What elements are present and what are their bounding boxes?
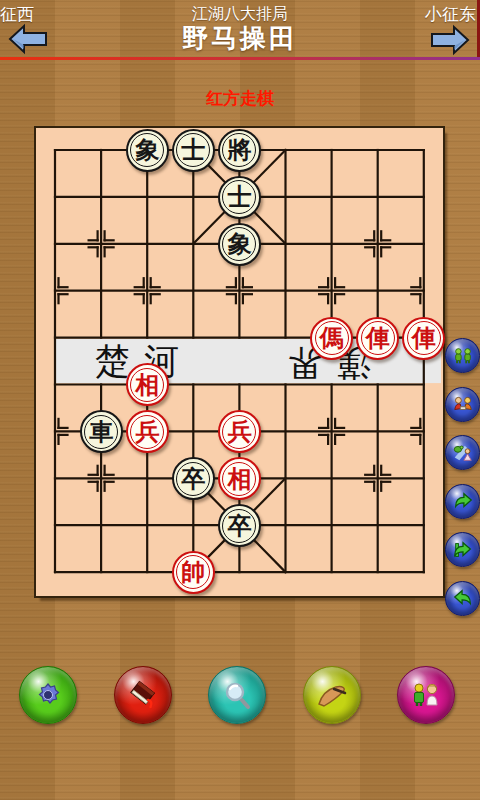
board-point[interactable]: [32, 408, 78, 455]
two-figures-icon: [452, 345, 474, 367]
board-point[interactable]: [170, 408, 216, 455]
gear-icon: [31, 678, 65, 712]
undo-button[interactable]: [445, 581, 480, 616]
board-point[interactable]: [262, 549, 308, 596]
board-point[interactable]: [124, 502, 170, 549]
board-point[interactable]: [262, 315, 308, 362]
next-arrow-icon[interactable]: [430, 24, 470, 56]
board-point[interactable]: [401, 549, 447, 596]
two-players-button[interactable]: [445, 338, 480, 373]
piece-black-elephant[interactable]: 象: [218, 223, 261, 266]
app-screen: 征西 小征东 江湖八大排局 野马操田 红方走棋 楚河 漢界 象士將士象傌俥俥相車…: [0, 0, 480, 800]
book-icon: [126, 678, 160, 712]
piece-black-soldier[interactable]: 卒: [172, 457, 215, 500]
board-point[interactable]: [309, 127, 355, 174]
board-point[interactable]: 卒: [216, 502, 262, 549]
board-point[interactable]: [309, 455, 355, 502]
piece-red-chariot[interactable]: 俥: [356, 317, 399, 360]
board-point[interactable]: [170, 221, 216, 268]
book-button[interactable]: [114, 666, 172, 724]
board-point[interactable]: [32, 221, 78, 268]
board-point[interactable]: [78, 127, 124, 174]
board-point[interactable]: [309, 268, 355, 315]
board-point[interactable]: [78, 361, 124, 408]
board-point[interactable]: [355, 174, 401, 221]
board-point[interactable]: [78, 549, 124, 596]
board-point[interactable]: [262, 127, 308, 174]
piece-black-advisor[interactable]: 士: [218, 176, 261, 219]
board-point[interactable]: [309, 502, 355, 549]
piece-red-general[interactable]: 帥: [172, 551, 215, 594]
xiangqi-board: 楚河 漢界 象士將士象傌俥俥相車兵兵卒相卒帥: [36, 128, 443, 596]
turn-status: 红方走棋: [0, 87, 480, 110]
board-point[interactable]: [124, 315, 170, 362]
board-point[interactable]: [355, 361, 401, 408]
board-point[interactable]: [355, 127, 401, 174]
board-point[interactable]: [32, 549, 78, 596]
board-point[interactable]: 兵: [216, 408, 262, 455]
piece-red-horse[interactable]: 傌: [310, 317, 353, 360]
board-point[interactable]: 車: [78, 408, 124, 455]
board-point[interactable]: [32, 174, 78, 221]
board-point[interactable]: [309, 361, 355, 408]
piece-red-chariot[interactable]: 俥: [402, 317, 445, 360]
piece-black-general[interactable]: 將: [218, 129, 261, 172]
board-point[interactable]: [216, 315, 262, 362]
board-point[interactable]: 象: [124, 127, 170, 174]
piece-black-advisor[interactable]: 士: [172, 129, 215, 172]
board-point[interactable]: [355, 455, 401, 502]
board-point[interactable]: [170, 268, 216, 315]
board-point[interactable]: [262, 221, 308, 268]
board-point[interactable]: [401, 455, 447, 502]
board-point[interactable]: [124, 549, 170, 596]
undo-arrow-icon: [452, 587, 474, 609]
board-point[interactable]: [78, 502, 124, 549]
board-point[interactable]: [355, 502, 401, 549]
board-point[interactable]: [401, 174, 447, 221]
board-point[interactable]: [262, 408, 308, 455]
seated-players-icon: [452, 393, 474, 415]
board-point[interactable]: [78, 174, 124, 221]
board-point[interactable]: [355, 408, 401, 455]
board-point[interactable]: 士: [170, 127, 216, 174]
board-point[interactable]: [170, 361, 216, 408]
board-point[interactable]: [401, 268, 447, 315]
prev-arrow-icon[interactable]: [8, 23, 48, 55]
board-point[interactable]: [124, 221, 170, 268]
board-point[interactable]: [32, 315, 78, 362]
player-vs-computer-button[interactable]: [445, 435, 480, 470]
board-point[interactable]: [216, 361, 262, 408]
board-point[interactable]: 將: [216, 127, 262, 174]
board-point[interactable]: [355, 549, 401, 596]
board-point[interactable]: 相: [124, 361, 170, 408]
piece-black-chariot[interactable]: 車: [80, 410, 123, 453]
board-point[interactable]: [309, 221, 355, 268]
bottom-toolbar: [19, 666, 455, 723]
puzzle-title: 野马操田: [0, 21, 480, 56]
magnifier-icon: [220, 678, 254, 712]
board-point[interactable]: 傌: [309, 315, 355, 362]
board-point[interactable]: 俥: [401, 315, 447, 362]
board-point[interactable]: [170, 315, 216, 362]
board-point[interactable]: [355, 221, 401, 268]
board-point[interactable]: [262, 455, 308, 502]
back-to-start-button[interactable]: [445, 532, 480, 567]
board-point[interactable]: [124, 174, 170, 221]
board-point[interactable]: [309, 549, 355, 596]
search-button[interactable]: [208, 666, 266, 724]
board-point[interactable]: [32, 502, 78, 549]
right-toolbar: [445, 338, 480, 616]
player-vs-player-button[interactable]: [445, 387, 480, 422]
piece-black-elephant[interactable]: 象: [126, 129, 169, 172]
board-point[interactable]: [355, 268, 401, 315]
board-point[interactable]: [170, 174, 216, 221]
board-point[interactable]: [32, 455, 78, 502]
board-point[interactable]: [170, 502, 216, 549]
board-point[interactable]: 俥: [355, 315, 401, 362]
board-point[interactable]: [78, 221, 124, 268]
board-point[interactable]: [32, 268, 78, 315]
piece-red-elephant[interactable]: 相: [218, 457, 261, 500]
board-point[interactable]: 相: [216, 455, 262, 502]
board-point[interactable]: 卒: [170, 455, 216, 502]
board-point[interactable]: [401, 221, 447, 268]
board-point[interactable]: 士: [216, 174, 262, 221]
skip-back-arrow-icon: [452, 539, 474, 561]
board-point[interactable]: [32, 361, 78, 408]
board-point[interactable]: [401, 127, 447, 174]
board-point[interactable]: [262, 174, 308, 221]
board-point[interactable]: [262, 361, 308, 408]
board-grid: 象士將士象傌俥俥相車兵兵卒相卒帥: [32, 127, 447, 596]
board-point[interactable]: [78, 455, 124, 502]
redo-arrow-icon: [452, 490, 474, 512]
board-point[interactable]: [78, 268, 124, 315]
piece-red-elephant[interactable]: 相: [126, 363, 169, 406]
board-point[interactable]: [216, 268, 262, 315]
two-kids-icon: [409, 678, 443, 712]
board-point[interactable]: [32, 127, 78, 174]
board-point[interactable]: 象: [216, 221, 262, 268]
piece-red-soldier[interactable]: 兵: [218, 410, 261, 453]
board-point[interactable]: [401, 408, 447, 455]
turtle-and-player-icon: [452, 442, 474, 464]
players-button[interactable]: [397, 666, 455, 724]
board-point[interactable]: [401, 361, 447, 408]
board-point[interactable]: [124, 455, 170, 502]
header-divider: [0, 57, 480, 60]
board-point[interactable]: [124, 268, 170, 315]
board-point[interactable]: [262, 268, 308, 315]
hint-button[interactable]: [303, 666, 361, 724]
forward-button[interactable]: [445, 484, 480, 519]
piece-red-soldier[interactable]: 兵: [126, 410, 169, 453]
settings-button[interactable]: [19, 666, 77, 724]
board-point[interactable]: 兵: [124, 408, 170, 455]
writing-hand-icon: [314, 677, 350, 713]
board-point[interactable]: [262, 502, 308, 549]
board-point[interactable]: [401, 502, 447, 549]
board-point[interactable]: [309, 174, 355, 221]
piece-black-soldier[interactable]: 卒: [218, 504, 261, 547]
board-point[interactable]: 帥: [170, 549, 216, 596]
board-point[interactable]: [78, 315, 124, 362]
board-point[interactable]: [309, 408, 355, 455]
board-point[interactable]: [216, 549, 262, 596]
